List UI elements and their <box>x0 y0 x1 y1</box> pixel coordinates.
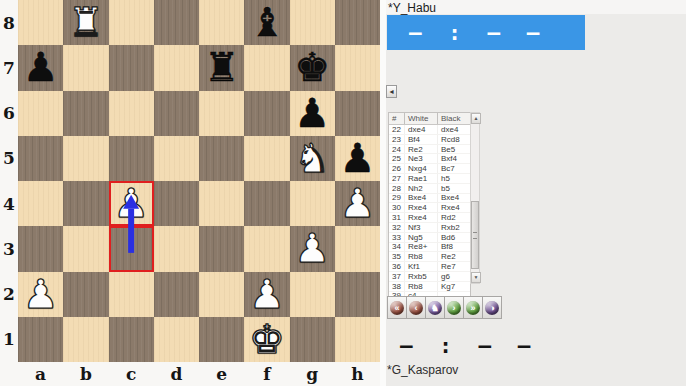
square-g7[interactable]: ♚ <box>290 45 335 90</box>
square-f1[interactable]: ♚ <box>244 317 289 362</box>
file-label-c: c <box>109 362 154 386</box>
board-grid: 8♜♝7♟♜♚6♟5♞♟4♟♟3♟2♟♟1♚abcdefgh <box>0 0 380 386</box>
collapse-panel-button[interactable]: ◂ <box>386 85 397 98</box>
square-b5[interactable] <box>63 136 108 181</box>
column-header-number: # <box>389 113 405 124</box>
scrollbar-grip <box>473 232 477 239</box>
square-c3[interactable] <box>109 226 154 271</box>
engine-icon: ◑ <box>485 301 499 315</box>
square-e4[interactable] <box>199 181 244 226</box>
file-label-b: b <box>63 362 108 386</box>
square-h7[interactable] <box>335 45 380 90</box>
play-move-icon: ♞ <box>428 301 442 315</box>
square-f6[interactable] <box>244 91 289 136</box>
piece-black-rook[interactable]: ♜ <box>204 45 240 90</box>
white-move[interactable]: Rxe4 <box>405 203 438 212</box>
square-g6[interactable]: ♟ <box>290 91 335 136</box>
square-g1[interactable] <box>290 317 335 362</box>
clock-bottom-time: – : – – <box>400 334 534 358</box>
square-h8[interactable] <box>335 0 380 45</box>
square-a3[interactable] <box>18 226 63 271</box>
square-a6[interactable] <box>18 91 63 136</box>
white-move[interactable]: Nxg4 <box>405 164 438 173</box>
piece-black-bishop[interactable]: ♝ <box>249 0 285 45</box>
file-label-e: e <box>199 362 244 386</box>
piece-white-rook[interactable]: ♜ <box>68 0 104 45</box>
white-move[interactable]: Rxe4 <box>405 213 438 222</box>
move-number[interactable]: 31 <box>389 213 405 222</box>
piece-white-knight[interactable]: ♞ <box>294 136 330 181</box>
step-forward-icon: › <box>447 301 461 315</box>
go-to-end-icon: » <box>466 301 480 315</box>
square-h2[interactable] <box>335 272 380 317</box>
black-move[interactable]: Bd6 <box>438 233 470 242</box>
black-move[interactable]: Be5 <box>438 145 470 154</box>
move-row-30[interactable]: 30Rxe4Rxe4 <box>389 203 470 213</box>
go-to-end-button[interactable]: » <box>463 296 483 319</box>
square-b6[interactable] <box>63 91 108 136</box>
square-e2[interactable] <box>199 272 244 317</box>
square-e5[interactable] <box>199 136 244 181</box>
step-forward-button[interactable]: › <box>444 296 464 319</box>
white-move[interactable]: dxe4 <box>405 125 438 134</box>
file-label-f: f <box>244 362 289 386</box>
square-b2[interactable] <box>63 272 108 317</box>
black-move[interactable]: Rd2 <box>438 213 470 222</box>
square-g5[interactable]: ♞ <box>290 136 335 181</box>
black-move[interactable]: Bxf4 <box>438 154 470 163</box>
square-a7[interactable]: ♟ <box>18 45 63 90</box>
move-number[interactable]: 23 <box>389 135 405 144</box>
square-b4[interactable] <box>63 181 108 226</box>
white-move[interactable]: Rxb5 <box>405 272 438 281</box>
square-b3[interactable] <box>63 226 108 271</box>
scroll-down-icon[interactable]: ▼ <box>471 272 481 283</box>
square-f2[interactable]: ♟ <box>244 272 289 317</box>
rank-label-3: 3 <box>0 226 18 271</box>
rank-label-5: 5 <box>0 136 18 181</box>
clock-top-active: – : – – <box>387 15 585 50</box>
move-list-table[interactable]: # White Black 22dxe4dxe423Bf4Rcd824Re2Be… <box>388 112 471 302</box>
step-back-button[interactable]: ‹ <box>406 296 426 319</box>
piece-black-king[interactable]: ♚ <box>294 45 330 90</box>
engine-button[interactable]: ◑ <box>482 296 502 319</box>
scrollbar-thumb[interactable] <box>471 201 479 269</box>
square-h1[interactable] <box>335 317 380 362</box>
piece-white-pawn[interactable]: ♟ <box>113 181 149 226</box>
square-d6[interactable] <box>154 91 199 136</box>
black-move[interactable]: Re2 <box>438 252 470 261</box>
move-number[interactable]: 22 <box>389 125 405 134</box>
move-number[interactable]: 25 <box>389 154 405 163</box>
square-a4[interactable] <box>18 181 63 226</box>
square-f4[interactable] <box>244 181 289 226</box>
square-b7[interactable] <box>63 45 108 90</box>
move-row-34[interactable]: 34Re8+Bf8 <box>389 243 470 253</box>
piece-black-pawn[interactable]: ♟ <box>294 91 330 136</box>
square-c2[interactable] <box>109 272 154 317</box>
white-move[interactable]: Nh2 <box>405 184 438 193</box>
square-c1[interactable] <box>109 317 154 362</box>
go-to-start-icon: « <box>390 301 404 315</box>
move-row-35[interactable]: 35Rb8Re2 <box>389 252 470 262</box>
black-move[interactable]: b5 <box>438 184 470 193</box>
white-move[interactable]: Bf4 <box>405 135 438 144</box>
square-e1[interactable] <box>199 317 244 362</box>
black-move[interactable]: Bxe4 <box>438 194 470 203</box>
move-number[interactable]: 33 <box>389 233 405 242</box>
square-f3[interactable] <box>244 226 289 271</box>
column-header-white: White <box>405 113 438 124</box>
move-list-header: # White Black <box>389 113 470 125</box>
rank-label-2: 2 <box>0 272 18 317</box>
black-move[interactable]: g6 <box>438 272 470 281</box>
black-move[interactable]: h5 <box>438 174 470 183</box>
square-d2[interactable] <box>154 272 199 317</box>
black-move[interactable]: Bf8 <box>438 243 470 252</box>
chess-client-window: 8♜♝7♟♜♚6♟5♞♟4♟♟3♟2♟♟1♚abcdefgh *Y_Habu –… <box>0 0 686 386</box>
white-move[interactable]: Re8+ <box>405 243 438 252</box>
square-f7[interactable] <box>244 45 289 90</box>
player-name-top: *Y_Habu <box>388 1 436 15</box>
move-row-27[interactable]: 27Rae1h5 <box>389 174 470 184</box>
white-move[interactable]: Rae1 <box>405 174 438 183</box>
move-row-36[interactable]: 36Kf1Re7 <box>389 262 470 272</box>
white-move[interactable]: Rb8 <box>405 282 438 291</box>
file-label-g: g <box>290 362 335 386</box>
square-h5[interactable]: ♟ <box>335 136 380 181</box>
piece-black-pawn[interactable]: ♟ <box>23 45 59 90</box>
move-number[interactable]: 28 <box>389 184 405 193</box>
black-move[interactable]: Kg7 <box>438 282 470 291</box>
square-c7[interactable] <box>109 45 154 90</box>
column-header-black: Black <box>438 113 470 124</box>
piece-white-king[interactable]: ♚ <box>249 317 285 362</box>
square-f8[interactable]: ♝ <box>244 0 289 45</box>
piece-black-pawn[interactable]: ♟ <box>339 136 375 181</box>
move-row-26[interactable]: 26Nxg4Bc7 <box>389 164 470 174</box>
file-label-a: a <box>18 362 63 386</box>
move-number[interactable]: 26 <box>389 164 405 173</box>
white-move[interactable]: Kf1 <box>405 262 438 271</box>
square-d1[interactable] <box>154 317 199 362</box>
square-d5[interactable] <box>154 136 199 181</box>
black-move[interactable]: Bc7 <box>438 164 470 173</box>
square-e6[interactable] <box>199 91 244 136</box>
square-a1[interactable] <box>18 317 63 362</box>
square-e3[interactable] <box>199 226 244 271</box>
move-row-38[interactable]: 38Rb8Kg7 <box>389 282 470 292</box>
move-row-24[interactable]: 24Re2Be5 <box>389 145 470 155</box>
move-row-29[interactable]: 29Bxe4Bxe4 <box>389 194 470 204</box>
white-move[interactable]: Rb8 <box>405 252 438 261</box>
piece-white-pawn[interactable]: ♟ <box>339 181 375 226</box>
navigation-toolbar: «‹♞›»◑ <box>387 296 501 319</box>
square-d4[interactable] <box>154 181 199 226</box>
rank-label-6: 6 <box>0 91 18 136</box>
move-row-28[interactable]: 28Nh2b5 <box>389 184 470 194</box>
rank-label-1: 1 <box>0 317 18 362</box>
square-b8[interactable]: ♜ <box>63 0 108 45</box>
move-row-33[interactable]: 33Ng5Bd6 <box>389 233 470 243</box>
game-panel: *Y_Habu – : – – ◂ # White Black 22dxe4dx… <box>386 0 686 386</box>
piece-white-pawn[interactable]: ♟ <box>23 272 59 317</box>
corner-gutter <box>0 362 18 386</box>
move-row-31[interactable]: 31Rxe4Rd2 <box>389 213 470 223</box>
go-to-start-button[interactable]: « <box>387 296 407 319</box>
move-list-scrollbar[interactable]: ▲ ▼ <box>470 112 480 284</box>
move-number[interactable]: 34 <box>389 243 405 252</box>
square-g4[interactable] <box>290 181 335 226</box>
square-c6[interactable] <box>109 91 154 136</box>
white-move[interactable]: Ng5 <box>405 233 438 242</box>
clock-top-time: – : – – <box>409 21 543 45</box>
move-number[interactable]: 37 <box>389 272 405 281</box>
clock-bottom: – : – – <box>400 334 534 358</box>
player-name-bottom: *G_Kasparov <box>387 363 458 377</box>
square-c5[interactable] <box>109 136 154 181</box>
move-row-23[interactable]: 23Bf4Rcd8 <box>389 135 470 145</box>
square-e7[interactable]: ♜ <box>199 45 244 90</box>
square-e8[interactable] <box>199 0 244 45</box>
square-g3[interactable]: ♟ <box>290 226 335 271</box>
black-move[interactable]: Rxe4 <box>438 203 470 212</box>
square-h4[interactable]: ♟ <box>335 181 380 226</box>
move-number[interactable]: 36 <box>389 262 405 271</box>
rank-label-4: 4 <box>0 181 18 226</box>
square-c8[interactable] <box>109 0 154 45</box>
black-move[interactable]: Rcd8 <box>438 135 470 144</box>
play-move-button[interactable]: ♞ <box>425 296 445 319</box>
white-move[interactable]: Re2 <box>405 145 438 154</box>
square-d7[interactable] <box>154 45 199 90</box>
white-move[interactable]: Ne3 <box>405 154 438 163</box>
square-d8[interactable] <box>154 0 199 45</box>
scroll-up-icon[interactable]: ▲ <box>471 113 481 124</box>
square-h3[interactable] <box>335 226 380 271</box>
black-move[interactable]: dxe4 <box>438 125 470 134</box>
square-g2[interactable] <box>290 272 335 317</box>
square-a5[interactable] <box>18 136 63 181</box>
square-a8[interactable] <box>18 0 63 45</box>
step-back-icon: ‹ <box>409 301 423 315</box>
piece-white-pawn[interactable]: ♟ <box>294 226 330 271</box>
file-label-d: d <box>154 362 199 386</box>
square-f5[interactable] <box>244 136 289 181</box>
move-number[interactable]: 27 <box>389 174 405 183</box>
move-row-25[interactable]: 25Ne3Bxf4 <box>389 154 470 164</box>
move-row-32[interactable]: 32Nf3Rxb2 <box>389 223 470 233</box>
white-move[interactable]: Bxe4 <box>405 194 438 203</box>
move-list-body: 22dxe4dxe423Bf4Rcd824Re2Be525Ne3Bxf426Nx… <box>389 125 470 301</box>
move-number[interactable]: 35 <box>389 252 405 261</box>
white-move[interactable]: Nf3 <box>405 223 438 232</box>
square-d3[interactable] <box>154 226 199 271</box>
square-g8[interactable] <box>290 0 335 45</box>
black-move[interactable]: Rxb2 <box>438 223 470 232</box>
square-h6[interactable] <box>335 91 380 136</box>
move-number[interactable]: 38 <box>389 282 405 291</box>
move-number[interactable]: 24 <box>389 145 405 154</box>
black-move[interactable]: Re7 <box>438 262 470 271</box>
square-c4[interactable]: ♟ <box>109 181 154 226</box>
square-b1[interactable] <box>63 317 108 362</box>
move-number[interactable]: 29 <box>389 194 405 203</box>
move-number[interactable]: 32 <box>389 223 405 232</box>
square-a2[interactable]: ♟ <box>18 272 63 317</box>
move-number[interactable]: 30 <box>389 203 405 212</box>
chess-board: 8♜♝7♟♜♚6♟5♞♟4♟♟3♟2♟♟1♚abcdefgh <box>0 0 380 386</box>
piece-white-pawn[interactable]: ♟ <box>249 272 285 317</box>
rank-label-8: 8 <box>0 0 18 45</box>
file-label-h: h <box>335 362 380 386</box>
move-row-22[interactable]: 22dxe4dxe4 <box>389 125 470 135</box>
rank-label-7: 7 <box>0 45 18 90</box>
move-row-37[interactable]: 37Rxb5g6 <box>389 272 470 282</box>
